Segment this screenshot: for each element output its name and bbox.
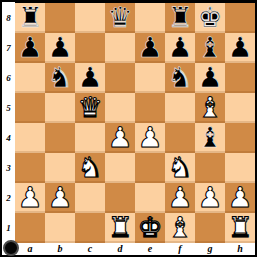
black-pawn[interactable]: ♟ [197, 63, 222, 93]
square-h1[interactable]: ♜ [225, 213, 255, 243]
square-a7[interactable]: ♟ [15, 33, 45, 63]
white-pawn[interactable]: ♟ [107, 123, 132, 153]
square-e6[interactable] [135, 63, 165, 93]
file-label-f: f [165, 243, 195, 255]
square-a8[interactable]: ♜ [15, 3, 45, 33]
square-h2[interactable]: ♟ [225, 183, 255, 213]
chess-diagram: 87654321 abcdefgh ♜♛♜♚♟♟♟♟♝♟♞♟♞♟♛♝♟♟♝♞♞♟… [0, 0, 257, 257]
black-bishop[interactable]: ♝ [197, 33, 222, 63]
white-king[interactable]: ♚ [137, 213, 162, 243]
square-g3[interactable] [195, 153, 225, 183]
square-e8[interactable] [135, 3, 165, 33]
black-rook[interactable]: ♜ [167, 3, 192, 33]
square-g2[interactable]: ♟ [195, 183, 225, 213]
square-c7[interactable] [75, 33, 105, 63]
file-labels: abcdefgh [15, 243, 255, 255]
square-h8[interactable] [225, 3, 255, 33]
white-bishop[interactable]: ♝ [197, 93, 222, 123]
rank-label-3: 3 [2, 153, 15, 183]
file-label-b: b [45, 243, 75, 255]
square-a6[interactable] [15, 63, 45, 93]
square-b1[interactable] [45, 213, 75, 243]
square-d6[interactable] [105, 63, 135, 93]
square-d7[interactable] [105, 33, 135, 63]
file-label-d: d [105, 243, 135, 255]
white-pawn[interactable]: ♟ [197, 183, 222, 213]
black-king[interactable]: ♚ [197, 3, 222, 33]
white-pawn[interactable]: ♟ [137, 123, 162, 153]
square-b3[interactable] [45, 153, 75, 183]
square-f1[interactable]: ♝ [165, 213, 195, 243]
rank-label-2: 2 [2, 183, 15, 213]
white-rook[interactable]: ♜ [107, 213, 132, 243]
square-e1[interactable]: ♚ [135, 213, 165, 243]
black-pawn[interactable]: ♟ [47, 33, 72, 63]
square-b8[interactable] [45, 3, 75, 33]
board: ♜♛♜♚♟♟♟♟♝♟♞♟♞♟♛♝♟♟♝♞♞♟♟♟♟♟♜♚♝♜ [15, 3, 255, 243]
square-d2[interactable] [105, 183, 135, 213]
black-bishop[interactable]: ♝ [197, 123, 222, 153]
file-label-h: h [225, 243, 255, 255]
square-d4[interactable]: ♟ [105, 123, 135, 153]
square-b4[interactable] [45, 123, 75, 153]
square-c4[interactable] [75, 123, 105, 153]
square-g4[interactable]: ♝ [195, 123, 225, 153]
square-a5[interactable] [15, 93, 45, 123]
square-d3[interactable] [105, 153, 135, 183]
square-c5[interactable]: ♛ [75, 93, 105, 123]
black-rook[interactable]: ♜ [17, 3, 42, 33]
square-d5[interactable] [105, 93, 135, 123]
square-g1[interactable] [195, 213, 225, 243]
square-a2[interactable]: ♟ [15, 183, 45, 213]
square-e3[interactable] [135, 153, 165, 183]
file-label-e: e [135, 243, 165, 255]
black-pawn[interactable]: ♟ [137, 33, 162, 63]
square-e7[interactable]: ♟ [135, 33, 165, 63]
black-pawn[interactable]: ♟ [227, 33, 252, 63]
white-knight[interactable]: ♞ [167, 153, 192, 183]
rank-label-7: 7 [2, 33, 15, 63]
black-pawn[interactable]: ♟ [167, 33, 192, 63]
square-f2[interactable]: ♟ [165, 183, 195, 213]
file-label-g: g [195, 243, 225, 255]
white-pawn[interactable]: ♟ [167, 183, 192, 213]
white-bishop[interactable]: ♝ [167, 213, 192, 243]
square-c6[interactable]: ♟ [75, 63, 105, 93]
square-b5[interactable] [45, 93, 75, 123]
square-c3[interactable]: ♞ [75, 153, 105, 183]
square-f6[interactable]: ♞ [165, 63, 195, 93]
file-label-a: a [15, 243, 45, 255]
square-d1[interactable]: ♜ [105, 213, 135, 243]
rank-label-1: 1 [2, 213, 15, 243]
square-c2[interactable] [75, 183, 105, 213]
white-pawn[interactable]: ♟ [47, 183, 72, 213]
square-f4[interactable] [165, 123, 195, 153]
square-a1[interactable] [15, 213, 45, 243]
square-h5[interactable] [225, 93, 255, 123]
white-pawn[interactable]: ♟ [17, 183, 42, 213]
black-to-move-indicator [3, 240, 19, 256]
black-queen[interactable]: ♛ [107, 3, 132, 33]
square-f7[interactable]: ♟ [165, 33, 195, 63]
white-queen[interactable]: ♛ [77, 93, 102, 123]
square-b7[interactable]: ♟ [45, 33, 75, 63]
square-d8[interactable]: ♛ [105, 3, 135, 33]
square-b2[interactable]: ♟ [45, 183, 75, 213]
square-e5[interactable] [135, 93, 165, 123]
rank-label-8: 8 [2, 3, 15, 33]
square-f5[interactable] [165, 93, 195, 123]
square-h4[interactable] [225, 123, 255, 153]
black-knight[interactable]: ♞ [167, 63, 192, 93]
square-f3[interactable]: ♞ [165, 153, 195, 183]
square-c1[interactable] [75, 213, 105, 243]
square-f8[interactable]: ♜ [165, 3, 195, 33]
square-g8[interactable]: ♚ [195, 3, 225, 33]
square-h6[interactable] [225, 63, 255, 93]
square-a3[interactable] [15, 153, 45, 183]
square-c8[interactable] [75, 3, 105, 33]
square-h7[interactable]: ♟ [225, 33, 255, 63]
square-e4[interactable]: ♟ [135, 123, 165, 153]
white-rook[interactable]: ♜ [227, 213, 252, 243]
white-knight[interactable]: ♞ [77, 153, 102, 183]
black-pawn[interactable]: ♟ [17, 33, 42, 63]
square-g6[interactable]: ♟ [195, 63, 225, 93]
rank-label-4: 4 [2, 123, 15, 153]
rank-label-6: 6 [2, 63, 15, 93]
square-g5[interactable]: ♝ [195, 93, 225, 123]
square-h3[interactable] [225, 153, 255, 183]
rank-label-5: 5 [2, 93, 15, 123]
black-knight[interactable]: ♞ [47, 63, 72, 93]
square-g7[interactable]: ♝ [195, 33, 225, 63]
square-e2[interactable] [135, 183, 165, 213]
rank-labels: 87654321 [2, 2, 15, 255]
square-a4[interactable] [15, 123, 45, 153]
square-b6[interactable]: ♞ [45, 63, 75, 93]
file-label-c: c [75, 243, 105, 255]
black-pawn[interactable]: ♟ [77, 63, 102, 93]
white-pawn[interactable]: ♟ [227, 183, 252, 213]
